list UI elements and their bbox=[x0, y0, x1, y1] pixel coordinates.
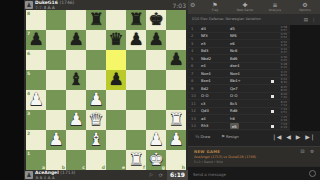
menu-icon: ≡ bbox=[260, 1, 290, 8]
piece-black-pawn[interactable]: ♟ bbox=[106, 69, 126, 89]
opening-row: D10 Slav Defense: Norwegian Variation ▤ … bbox=[188, 14, 320, 25]
move-row-12: 12Qd3Rd87:446:51 bbox=[188, 108, 290, 116]
piece-white-bishop[interactable]: ♝ bbox=[86, 129, 106, 149]
black-move[interactable]: dxe4 bbox=[230, 64, 256, 69]
move-times: 9:369:25 bbox=[281, 56, 287, 62]
square-h3[interactable]: ♜ bbox=[166, 110, 186, 130]
white-move[interactable]: Qd3 bbox=[201, 109, 227, 114]
book-icon[interactable]: ▤ ⋮ bbox=[304, 17, 317, 22]
square-h1[interactable]: h bbox=[166, 150, 186, 170]
square-b2[interactable]: ♟ bbox=[46, 130, 66, 150]
move-row-2: 2Nf3Nf69:559:52 bbox=[188, 33, 290, 41]
resign-flag-icon: ⚑ bbox=[221, 134, 225, 139]
piece-black-rook[interactable]: ♜ bbox=[86, 9, 106, 29]
panel-header: ⚙ ⚑ Flag ✚ New Game ≡ Analysis ⚙ Options bbox=[188, 0, 320, 14]
square-d4[interactable]: ♟ bbox=[86, 90, 106, 110]
game-controls: ½Draw ⚑Resign |◀ ◀ ▶ ▶| bbox=[188, 131, 320, 146]
move-number: 3 bbox=[191, 42, 199, 47]
file-label-c: c bbox=[82, 165, 85, 170]
top-player-clock: 7:03 bbox=[173, 2, 186, 9]
white-move[interactable]: c3 bbox=[201, 102, 227, 107]
square-b7[interactable] bbox=[46, 30, 66, 50]
move-number: 2 bbox=[191, 34, 199, 39]
white-move[interactable]: e4 bbox=[201, 64, 227, 69]
new-game-title: NEW GAME bbox=[194, 149, 220, 154]
move-row-14: 14Rh3e57:036:19 bbox=[188, 123, 290, 131]
square-b3[interactable] bbox=[46, 110, 66, 130]
square-a8[interactable]: 8 bbox=[26, 10, 46, 30]
square-d8[interactable]: ♜ bbox=[86, 10, 106, 30]
black-move[interactable]: O-O bbox=[230, 94, 256, 99]
draw-button[interactable]: ½Draw bbox=[195, 134, 210, 139]
square-f5[interactable] bbox=[126, 70, 146, 90]
move-number: 5 bbox=[191, 57, 199, 62]
time-control-text: 5+3 • Rated • Blitz bbox=[194, 160, 223, 164]
white-move[interactable]: e3 bbox=[201, 42, 227, 47]
move-row-11: 11c3Bc58:057:12 bbox=[188, 100, 290, 108]
move-number: 4 bbox=[191, 49, 199, 54]
move-badge bbox=[271, 125, 274, 128]
file-label-b: b bbox=[62, 165, 65, 170]
piece-white-rook[interactable]: ♜ bbox=[166, 109, 186, 129]
square-d6[interactable] bbox=[86, 50, 106, 70]
avatar: ♟ bbox=[25, 1, 33, 9]
square-d1[interactable]: d bbox=[86, 150, 106, 170]
square-h4[interactable] bbox=[166, 90, 186, 110]
resign-button[interactable]: ⚑Resign bbox=[221, 134, 239, 139]
analysis-button[interactable]: ≡ Analysis bbox=[260, 0, 290, 14]
piece-white-rook[interactable]: ♜ bbox=[126, 149, 146, 169]
matchup-text[interactable]: AceAngel (1713) vs DukeG16 (1746) bbox=[194, 155, 256, 159]
piece-black-pawn[interactable]: ♟ bbox=[146, 29, 166, 49]
piece-white-pawn[interactable]: ♟ bbox=[146, 129, 166, 149]
bottom-player-bar: ♟ AceAngel (1713) ♞♞♝♟♟ ⚐ ⟳ 6:19 bbox=[24, 170, 188, 180]
piece-white-pawn[interactable]: ♟ bbox=[46, 129, 66, 149]
move-number: 7 bbox=[191, 72, 199, 77]
chat-bar bbox=[188, 166, 320, 180]
square-f7[interactable]: ♟ bbox=[126, 30, 146, 50]
side-panel: ⚙ ⚑ Flag ✚ New Game ≡ Analysis ⚙ Options bbox=[188, 0, 320, 180]
bottom-player-clock: 6:19 bbox=[167, 170, 188, 180]
move-times: 9:289:10 bbox=[281, 63, 287, 69]
move-times: 9:028:30 bbox=[281, 78, 287, 84]
black-move[interactable]: Nc6 bbox=[230, 49, 256, 54]
flag-icon: ⚑ bbox=[200, 1, 230, 8]
square-f4[interactable] bbox=[126, 90, 146, 110]
move-row-3: 3e3e69:509:45 bbox=[188, 40, 290, 48]
move-row-8: 8Bxe4Bb4+9:028:30 bbox=[188, 78, 290, 86]
piece-black-pawn[interactable]: ♟ bbox=[26, 29, 46, 49]
piece-black-king[interactable]: ♚ bbox=[146, 9, 166, 29]
piece-white-pawn[interactable]: ♟ bbox=[86, 89, 106, 109]
move-badge bbox=[271, 110, 274, 113]
square-g5[interactable] bbox=[146, 70, 166, 90]
black-move[interactable]: e5 bbox=[230, 124, 256, 129]
move-row-1: 1d4d59:589:57 bbox=[188, 25, 290, 33]
square-c5[interactable]: ♝ bbox=[66, 70, 86, 90]
square-c3[interactable]: ♟ bbox=[66, 110, 86, 130]
gear-icon[interactable]: ⚙ bbox=[190, 1, 195, 8]
square-e1[interactable]: e bbox=[106, 150, 126, 170]
nav-prev-button[interactable]: ◀ bbox=[286, 133, 292, 140]
move-row-4: 4Bd3Nc69:449:37 bbox=[188, 48, 290, 56]
file-label-h: h bbox=[182, 165, 185, 170]
white-move[interactable]: Bd2 bbox=[201, 87, 227, 92]
move-list-scroll-gutter[interactable] bbox=[290, 25, 320, 131]
move-number: 6 bbox=[191, 64, 199, 69]
square-g4[interactable] bbox=[146, 90, 166, 110]
square-b8[interactable] bbox=[46, 10, 66, 30]
square-g8[interactable]: ♚ bbox=[146, 10, 166, 30]
black-move[interactable]: d5 bbox=[230, 27, 256, 32]
rematch-and-settings-icons[interactable]: ⚄ ⚙ bbox=[301, 149, 316, 154]
white-move[interactable]: Nxe4 bbox=[201, 72, 227, 77]
piece-black-pawn[interactable]: ♟ bbox=[66, 29, 86, 49]
board[interactable]: 8♜♜♚7♟♟♛♟♟6♟5♝♟4♟♟3♟♛♜2♟♝♟♟1abcdef♜g♚h bbox=[26, 10, 186, 170]
piece-black-pawn[interactable]: ♟ bbox=[126, 29, 146, 49]
piece-white-pawn[interactable]: ♟ bbox=[166, 129, 186, 149]
black-move[interactable]: Bb4+ bbox=[230, 79, 256, 84]
black-move[interactable]: Bd6 bbox=[230, 57, 256, 62]
piece-black-bishop[interactable]: ♝ bbox=[66, 69, 86, 89]
rank-label-8: 8 bbox=[27, 11, 30, 16]
new-game-card: NEW GAME ⚄ ⚙ AceAngel (1713) vs DukeG16 … bbox=[188, 146, 320, 166]
send-icon[interactable] bbox=[309, 170, 316, 177]
square-e7[interactable]: ♛ bbox=[106, 30, 126, 50]
square-c8[interactable] bbox=[66, 10, 86, 30]
file-label-a: a bbox=[42, 165, 45, 170]
square-e4[interactable] bbox=[106, 90, 126, 110]
piece-white-queen[interactable]: ♛ bbox=[86, 109, 106, 129]
move-times: 9:158:52 bbox=[281, 71, 287, 77]
move-times: 9:589:57 bbox=[281, 26, 287, 32]
square-h7[interactable] bbox=[166, 30, 186, 50]
piece-white-pawn[interactable]: ♟ bbox=[26, 89, 46, 109]
square-d7[interactable] bbox=[86, 30, 106, 50]
chat-input[interactable] bbox=[193, 170, 293, 178]
move-number: 9 bbox=[191, 87, 199, 92]
square-g2[interactable]: ♟ bbox=[146, 130, 166, 150]
square-a6[interactable]: 6 bbox=[26, 50, 46, 70]
flag-and-rematch-icons[interactable]: ⚐ ⟳ bbox=[149, 172, 165, 178]
square-h6[interactable]: ♟ bbox=[166, 50, 186, 70]
square-f8[interactable]: ♜ bbox=[126, 10, 146, 30]
rank-label-5: 5 bbox=[27, 71, 30, 76]
square-h2[interactable]: ♟ bbox=[166, 130, 186, 150]
bottom-player-captured-pieces: ♞♞♝♟♟ bbox=[35, 175, 75, 180]
move-number: 11 bbox=[191, 102, 199, 107]
move-times: 7:256:33 bbox=[281, 116, 287, 122]
move-row-9: 9Bd2Qe78:458:05 bbox=[188, 85, 290, 93]
square-f2[interactable] bbox=[126, 130, 146, 150]
square-d3[interactable]: ♛ bbox=[86, 110, 106, 130]
rank-label-2: 2 bbox=[27, 131, 30, 136]
rank-label-1: 1 bbox=[27, 151, 30, 156]
move-number: 10 bbox=[191, 94, 199, 99]
square-e3[interactable] bbox=[106, 110, 126, 130]
move-badge bbox=[271, 80, 274, 83]
move-row-6: 6e4dxe49:289:10 bbox=[188, 63, 290, 71]
square-a5[interactable]: 5 bbox=[26, 70, 46, 90]
square-b5[interactable] bbox=[46, 70, 66, 90]
white-move[interactable]: O-O bbox=[201, 94, 227, 99]
square-a7[interactable]: 7♟ bbox=[26, 30, 46, 50]
square-g1[interactable]: g♚ bbox=[146, 150, 166, 170]
plus-icon: ✚ bbox=[230, 1, 260, 8]
square-c2[interactable] bbox=[66, 130, 86, 150]
bottom-player-rating: (1713) bbox=[60, 170, 75, 175]
move-times: 9:509:45 bbox=[281, 41, 287, 47]
move-navigation: |◀ ◀ ▶ ▶| bbox=[273, 133, 315, 141]
white-move[interactable]: Rh3 bbox=[201, 124, 227, 129]
new-game-button[interactable]: ✚ New Game bbox=[230, 0, 260, 14]
square-b6[interactable] bbox=[46, 50, 66, 70]
piece-white-king[interactable]: ♚ bbox=[146, 149, 166, 169]
piece-black-rook[interactable]: ♜ bbox=[126, 9, 146, 29]
app-window: ♟ DukeG16 (1746) ♘♘♗♙♙ 7:03 8♜♜♚7♟♟♛♟♟6♟… bbox=[0, 0, 320, 180]
half-point-icon: ½ bbox=[195, 134, 199, 139]
flag-button[interactable]: ⚑ Flag bbox=[200, 0, 230, 14]
move-times: 9:559:52 bbox=[281, 33, 287, 39]
square-f3[interactable] bbox=[126, 110, 146, 130]
rank-label-3: 3 bbox=[27, 111, 30, 116]
white-move[interactable]: Bxe4 bbox=[201, 79, 227, 84]
black-move[interactable]: Rd8 bbox=[230, 109, 256, 114]
white-move[interactable]: Bd3 bbox=[201, 49, 227, 54]
square-c7[interactable]: ♟ bbox=[66, 30, 86, 50]
white-move[interactable]: Nf3 bbox=[201, 34, 227, 39]
black-move[interactable]: e6 bbox=[230, 42, 256, 47]
action-bar: ⚑ Flag ✚ New Game ≡ Analysis ⚙ Options bbox=[200, 0, 320, 14]
move-badge bbox=[271, 95, 274, 98]
rank-label-6: 6 bbox=[27, 51, 30, 56]
square-e2[interactable] bbox=[106, 130, 126, 150]
move-times: 7:036:19 bbox=[281, 123, 287, 129]
file-label-e: e bbox=[122, 165, 125, 170]
board-wrap: 8♜♜♚7♟♟♛♟♟6♟5♝♟4♟♟3♟♛♜2♟♝♟♟1abcdef♜g♚h bbox=[24, 10, 188, 170]
move-number: 14 bbox=[191, 124, 199, 129]
piece-black-queen[interactable]: ♛ bbox=[106, 29, 126, 49]
nav-last-button[interactable]: ▶| bbox=[305, 133, 315, 140]
avatar: ♟ bbox=[25, 171, 33, 179]
black-move[interactable]: Nf6 bbox=[230, 34, 256, 39]
black-move[interactable]: Nxe4 bbox=[230, 72, 256, 77]
move-times: 9:449:37 bbox=[281, 48, 287, 54]
piece-white-pawn[interactable]: ♟ bbox=[66, 109, 86, 129]
opening-name: D10 Slav Defense: Norwegian Variation bbox=[192, 17, 300, 22]
square-g7[interactable]: ♟ bbox=[146, 30, 166, 50]
square-a3[interactable]: 3 bbox=[26, 110, 46, 130]
nav-next-button[interactable]: ▶ bbox=[296, 133, 302, 140]
move-times: 7:446:51 bbox=[281, 108, 287, 114]
move-times: 8:267:40 bbox=[281, 93, 287, 99]
square-c4[interactable] bbox=[66, 90, 86, 110]
square-d2[interactable]: ♝ bbox=[86, 130, 106, 150]
white-move[interactable]: Nbd2 bbox=[201, 57, 227, 62]
square-e8[interactable] bbox=[106, 10, 126, 30]
move-row-13: 13a4h67:256:33 bbox=[188, 115, 290, 123]
piece-black-pawn[interactable]: ♟ bbox=[166, 49, 186, 69]
black-move[interactable]: Qe7 bbox=[230, 87, 256, 92]
move-number: 13 bbox=[191, 117, 199, 122]
square-e5[interactable]: ♟ bbox=[106, 70, 126, 90]
black-move[interactable]: h6 bbox=[230, 117, 256, 122]
white-move[interactable]: a4 bbox=[201, 117, 227, 122]
square-b1[interactable]: b bbox=[46, 150, 66, 170]
gear-icon: ⚙ bbox=[290, 1, 320, 8]
move-row-7: 7Nxe4Nxe49:158:52 bbox=[188, 70, 290, 78]
options-button[interactable]: ⚙ Options bbox=[290, 0, 320, 14]
square-h5[interactable] bbox=[166, 70, 186, 90]
square-g6[interactable] bbox=[146, 50, 166, 70]
move-times: 8:057:12 bbox=[281, 101, 287, 107]
square-g3[interactable] bbox=[146, 110, 166, 130]
square-a1[interactable]: 1a bbox=[26, 150, 46, 170]
top-player-rating: (1746) bbox=[59, 0, 74, 5]
move-number: 8 bbox=[191, 79, 199, 84]
nav-first-button[interactable]: |◀ bbox=[273, 133, 283, 140]
square-c6[interactable] bbox=[66, 50, 86, 70]
move-number: 12 bbox=[191, 109, 199, 114]
square-d5[interactable] bbox=[86, 70, 106, 90]
move-row-10: 10O-OO-O8:267:40 bbox=[188, 93, 290, 101]
file-label-d: d bbox=[102, 165, 105, 170]
move-row-5: 5Nbd2Bd69:369:25 bbox=[188, 55, 290, 63]
move-times: 8:458:05 bbox=[281, 86, 287, 92]
move-number: 1 bbox=[191, 27, 199, 32]
square-f6[interactable] bbox=[126, 50, 146, 70]
square-h8[interactable] bbox=[166, 10, 186, 30]
left-strip bbox=[0, 0, 24, 180]
white-move[interactable]: d4 bbox=[201, 27, 227, 32]
black-move[interactable]: Bc5 bbox=[230, 102, 256, 107]
square-e6[interactable] bbox=[106, 50, 126, 70]
square-c1[interactable]: c bbox=[66, 150, 86, 170]
square-a4[interactable]: 4♟ bbox=[26, 90, 46, 110]
move-list[interactable]: 1d4d59:589:572Nf3Nf69:559:523e3e69:509:4… bbox=[188, 25, 290, 131]
square-b4[interactable] bbox=[46, 90, 66, 110]
square-a2[interactable]: 2 bbox=[26, 130, 46, 150]
square-f1[interactable]: f♜ bbox=[126, 150, 146, 170]
